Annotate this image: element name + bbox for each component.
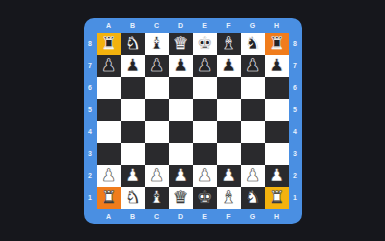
- square-b7[interactable]: ♟: [121, 55, 145, 77]
- rank-label: 6: [84, 77, 97, 99]
- square-c2[interactable]: ♟: [145, 165, 169, 187]
- square-h5[interactable]: [265, 99, 289, 121]
- rank-label: 3: [289, 143, 302, 165]
- frame-corner: [84, 209, 97, 224]
- square-d7[interactable]: ♟: [169, 55, 193, 77]
- square-e7[interactable]: ♟: [193, 55, 217, 77]
- square-h4[interactable]: [265, 121, 289, 143]
- rank-label: 5: [289, 99, 302, 121]
- square-g8[interactable]: ♞: [241, 33, 265, 55]
- file-label: D: [169, 209, 193, 224]
- square-c1[interactable]: ♝: [145, 187, 169, 209]
- frame-corner: [84, 18, 97, 33]
- square-d5[interactable]: [169, 99, 193, 121]
- piece-black-pawn: ♟: [101, 57, 116, 74]
- frame-corner: [289, 209, 302, 224]
- square-c4[interactable]: [145, 121, 169, 143]
- square-c7[interactable]: ♟: [145, 55, 169, 77]
- square-e6[interactable]: [193, 77, 217, 99]
- piece-white-pawn: ♟: [245, 167, 260, 184]
- piece-black-king: ♚: [197, 35, 212, 52]
- square-g6[interactable]: [241, 77, 265, 99]
- piece-black-pawn: ♟: [245, 57, 260, 74]
- square-a8[interactable]: ♜: [97, 33, 121, 55]
- piece-white-pawn: ♟: [221, 167, 236, 184]
- square-h8[interactable]: ♜: [265, 33, 289, 55]
- square-b6[interactable]: [121, 77, 145, 99]
- piece-black-pawn: ♟: [221, 57, 236, 74]
- square-e3[interactable]: [193, 143, 217, 165]
- square-b2[interactable]: ♟: [121, 165, 145, 187]
- square-a6[interactable]: [97, 77, 121, 99]
- rank-label: 1: [84, 187, 97, 209]
- square-a7[interactable]: ♟: [97, 55, 121, 77]
- file-label: F: [217, 18, 241, 33]
- piece-white-pawn: ♟: [269, 167, 284, 184]
- square-f6[interactable]: [217, 77, 241, 99]
- square-a4[interactable]: [97, 121, 121, 143]
- piece-black-rook: ♜: [101, 35, 116, 52]
- piece-white-pawn: ♟: [173, 167, 188, 184]
- square-g5[interactable]: [241, 99, 265, 121]
- piece-black-rook: ♜: [269, 35, 284, 52]
- piece-black-bishop: ♝: [149, 35, 164, 52]
- square-g7[interactable]: ♟: [241, 55, 265, 77]
- file-label: D: [169, 18, 193, 33]
- piece-white-knight: ♞: [125, 189, 140, 206]
- piece-black-knight: ♞: [125, 35, 140, 52]
- square-e1[interactable]: ♚: [193, 187, 217, 209]
- file-label: A: [97, 209, 121, 224]
- square-f8[interactable]: ♝: [217, 33, 241, 55]
- square-b5[interactable]: [121, 99, 145, 121]
- piece-black-pawn: ♟: [125, 57, 140, 74]
- piece-white-pawn: ♟: [197, 167, 212, 184]
- square-b4[interactable]: [121, 121, 145, 143]
- square-g2[interactable]: ♟: [241, 165, 265, 187]
- file-label: H: [265, 18, 289, 33]
- rank-label: 3: [84, 143, 97, 165]
- square-c6[interactable]: [145, 77, 169, 99]
- file-label: E: [193, 18, 217, 33]
- square-e4[interactable]: [193, 121, 217, 143]
- piece-white-bishop: ♝: [221, 189, 236, 206]
- square-f4[interactable]: [217, 121, 241, 143]
- piece-black-pawn: ♟: [197, 57, 212, 74]
- piece-white-bishop: ♝: [149, 189, 164, 206]
- square-a5[interactable]: [97, 99, 121, 121]
- square-d3[interactable]: [169, 143, 193, 165]
- frame-corner: [289, 18, 302, 33]
- square-e8[interactable]: ♚: [193, 33, 217, 55]
- piece-black-pawn: ♟: [149, 57, 164, 74]
- square-e2[interactable]: ♟: [193, 165, 217, 187]
- square-b1[interactable]: ♞: [121, 187, 145, 209]
- square-f5[interactable]: [217, 99, 241, 121]
- rank-label: 4: [289, 121, 302, 143]
- file-label: C: [145, 209, 169, 224]
- piece-white-queen: ♛: [173, 189, 188, 206]
- rank-label: 1: [289, 187, 302, 209]
- square-d1[interactable]: ♛: [169, 187, 193, 209]
- file-label: G: [241, 209, 265, 224]
- square-h1[interactable]: ♜: [265, 187, 289, 209]
- file-label: B: [121, 209, 145, 224]
- rank-label: 8: [289, 33, 302, 55]
- piece-white-pawn: ♟: [125, 167, 140, 184]
- square-d8[interactable]: ♛: [169, 33, 193, 55]
- square-f1[interactable]: ♝: [217, 187, 241, 209]
- square-d2[interactable]: ♟: [169, 165, 193, 187]
- piece-white-king: ♚: [197, 189, 212, 206]
- square-h6[interactable]: [265, 77, 289, 99]
- piece-white-rook: ♜: [101, 189, 116, 206]
- piece-black-knight: ♞: [245, 35, 260, 52]
- piece-white-rook: ♜: [269, 189, 284, 206]
- rank-label: 4: [84, 121, 97, 143]
- rank-label: 7: [84, 55, 97, 77]
- piece-black-pawn: ♟: [173, 57, 188, 74]
- square-h7[interactable]: ♟: [265, 55, 289, 77]
- file-label: E: [193, 209, 217, 224]
- piece-black-bishop: ♝: [221, 35, 236, 52]
- square-g1[interactable]: ♞: [241, 187, 265, 209]
- piece-white-knight: ♞: [245, 189, 260, 206]
- square-f2[interactable]: ♟: [217, 165, 241, 187]
- square-c5[interactable]: [145, 99, 169, 121]
- file-label: A: [97, 18, 121, 33]
- square-f3[interactable]: [217, 143, 241, 165]
- rank-label: 2: [84, 165, 97, 187]
- piece-white-pawn: ♟: [101, 167, 116, 184]
- square-b8[interactable]: ♞: [121, 33, 145, 55]
- piece-black-pawn: ♟: [269, 57, 284, 74]
- square-c8[interactable]: ♝: [145, 33, 169, 55]
- rank-label: 8: [84, 33, 97, 55]
- file-label: F: [217, 209, 241, 224]
- file-label: B: [121, 18, 145, 33]
- square-g3[interactable]: [241, 143, 265, 165]
- file-label: G: [241, 18, 265, 33]
- square-b3[interactable]: [121, 143, 145, 165]
- square-f7[interactable]: ♟: [217, 55, 241, 77]
- square-d6[interactable]: [169, 77, 193, 99]
- chess-board: ABCDEFGH8♜♞♝♛♚♝♞♜87♟♟♟♟♟♟♟♟7665544332♟♟♟…: [84, 18, 302, 224]
- square-h2[interactable]: ♟: [265, 165, 289, 187]
- square-g4[interactable]: [241, 121, 265, 143]
- file-label: H: [265, 209, 289, 224]
- piece-black-queen: ♛: [173, 35, 188, 52]
- square-a1[interactable]: ♜: [97, 187, 121, 209]
- square-a2[interactable]: ♟: [97, 165, 121, 187]
- rank-label: 7: [289, 55, 302, 77]
- square-h3[interactable]: [265, 143, 289, 165]
- square-a3[interactable]: [97, 143, 121, 165]
- rank-label: 6: [289, 77, 302, 99]
- piece-white-pawn: ♟: [149, 167, 164, 184]
- rank-label: 5: [84, 99, 97, 121]
- rank-label: 2: [289, 165, 302, 187]
- square-d4[interactable]: [169, 121, 193, 143]
- file-label: C: [145, 18, 169, 33]
- square-e5[interactable]: [193, 99, 217, 121]
- square-c3[interactable]: [145, 143, 169, 165]
